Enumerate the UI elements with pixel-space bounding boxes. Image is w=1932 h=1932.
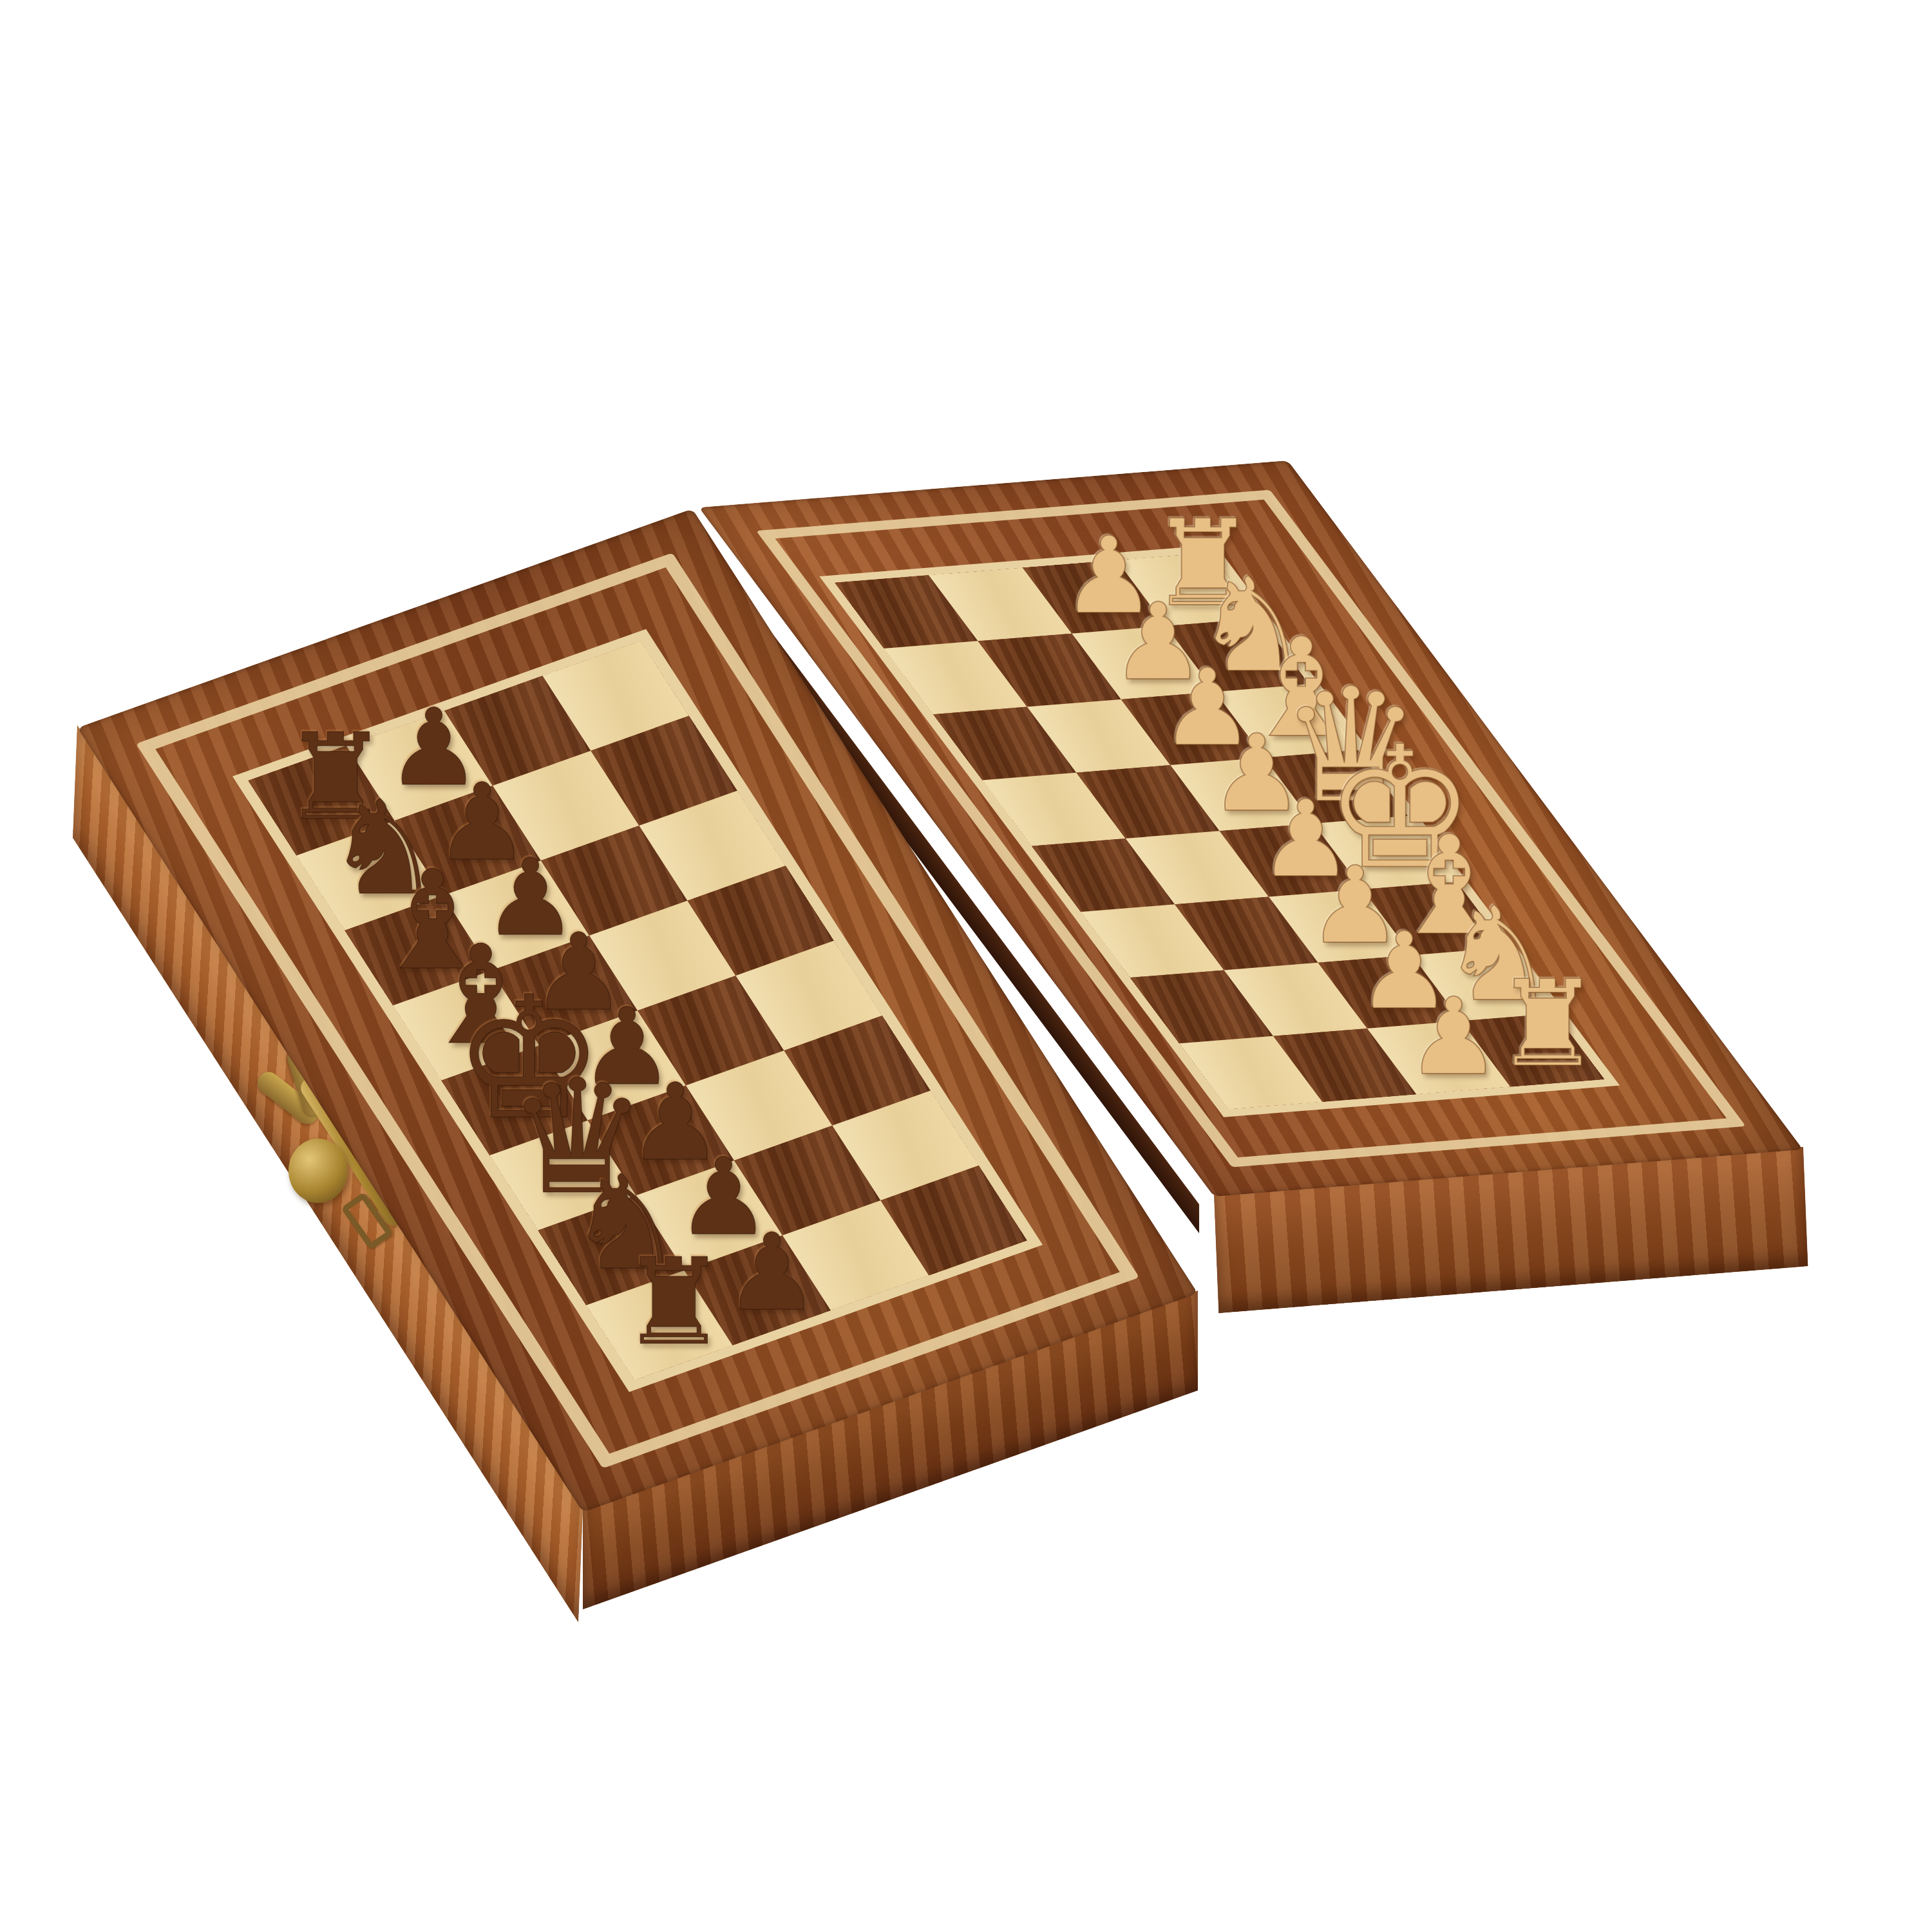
light-pawn-piece[interactable]: ♟ <box>1406 984 1501 1090</box>
clasp-hook[interactable] <box>289 1139 348 1203</box>
light-rook-piece[interactable]: ♜ <box>1494 965 1601 1084</box>
product-photo-scene: chess ♜♞♝♝♚♛♞♜♟♟♟♟♟♟♟♟♟♟♟♟♟♟♟♟♜♞♝♛♚♝♞♜ <box>0 0 1932 1932</box>
game-label: chess <box>0 0 1 1</box>
dark-rook-piece[interactable]: ♜ <box>620 1243 727 1362</box>
dark-pawn-piece[interactable]: ♟ <box>724 1219 820 1325</box>
